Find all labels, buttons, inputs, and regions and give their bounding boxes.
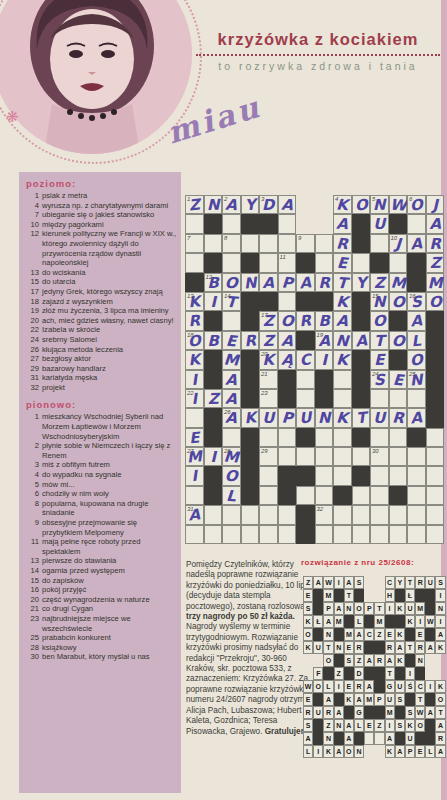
grid-cell[interactable]: A xyxy=(222,370,241,389)
grid-cell[interactable]: A2 xyxy=(222,195,241,214)
grid-cell[interactable] xyxy=(389,525,408,544)
grid-cell[interactable]: M28 xyxy=(222,447,241,466)
grid-cell xyxy=(204,311,223,330)
grid-cell[interactable]: N5 xyxy=(370,195,389,214)
grid-cell[interactable] xyxy=(333,389,352,408)
solution-cell: K xyxy=(303,641,313,654)
grid-cell[interactable]: M xyxy=(426,273,445,292)
grid-cell[interactable]: O xyxy=(352,195,371,214)
grid-cell[interactable]: A xyxy=(296,273,315,292)
grid-cell[interactable]: T xyxy=(352,408,371,427)
solution-cell: M xyxy=(364,693,374,706)
grid-cell[interactable]: O xyxy=(389,292,408,311)
grid-cell[interactable] xyxy=(259,253,278,272)
clue-item: 13do wciskania xyxy=(26,268,178,278)
clue-number: 24 xyxy=(26,335,42,345)
grid-cell[interactable]: C xyxy=(296,350,315,369)
grid-cell[interactable]: A31 xyxy=(185,505,204,524)
grid-cell[interactable]: S16 xyxy=(407,292,426,311)
grid-cell[interactable]: T xyxy=(370,331,389,350)
grid-cell[interactable] xyxy=(204,505,223,524)
clue-number: 15 xyxy=(26,576,42,586)
solution-cell: Ł xyxy=(405,589,415,602)
solution-cell xyxy=(364,641,374,654)
solution-cell: K xyxy=(303,615,313,628)
grid-cell[interactable] xyxy=(315,253,334,272)
cell-number: 28 xyxy=(224,448,231,454)
solution-cell: M xyxy=(385,706,395,719)
grid-cell[interactable]: K xyxy=(185,350,204,369)
grid-cell[interactable]: Z xyxy=(259,331,278,350)
grid-cell[interactable] xyxy=(389,505,408,524)
grid-cell[interactable] xyxy=(426,505,445,524)
grid-cell[interactable]: 30 xyxy=(370,447,389,466)
grid-cell[interactable] xyxy=(426,466,445,485)
grid-cell[interactable]: L xyxy=(222,486,241,505)
grid-cell[interactable]: I xyxy=(185,466,204,485)
grid-cell[interactable]: Z1 xyxy=(185,195,204,214)
clue-item: 25prababcin konkurent xyxy=(26,633,178,643)
grid-cell[interactable] xyxy=(333,428,352,447)
grid-cell xyxy=(278,370,297,389)
clue-item: 2płynie sobie w Niemczech i łączy się z … xyxy=(26,441,178,460)
grid-cell[interactable] xyxy=(333,505,352,524)
grid-cell[interactable] xyxy=(352,253,371,272)
grid-cell[interactable] xyxy=(389,389,408,408)
clue-text: mieszkańcy Wschodniej Syberii nad Morzem… xyxy=(42,412,178,441)
grid-cell[interactable] xyxy=(407,466,426,485)
grid-cell[interactable] xyxy=(222,428,241,447)
grid-cell[interactable] xyxy=(315,486,334,505)
grid-cell[interactable] xyxy=(315,428,334,447)
grid-cell[interactable] xyxy=(259,525,278,544)
grid-cell[interactable]: B xyxy=(204,331,223,350)
grid-cell[interactable] xyxy=(352,525,371,544)
grid-cell[interactable]: N25 xyxy=(407,370,426,389)
grid-cell[interactable]: I xyxy=(204,447,223,466)
clue-number: 18 xyxy=(26,297,42,307)
grid-cell[interactable] xyxy=(352,447,371,466)
grid-cell xyxy=(315,389,334,408)
cell-number: 9 xyxy=(298,235,301,241)
grid-cell[interactable]: 29 xyxy=(259,447,278,466)
solution-cell: K xyxy=(405,615,415,628)
crossword-grid[interactable]: Z1NA2YD3AK4ON5WO6JAUA789RJ10AR11EZB12ONA… xyxy=(185,195,444,544)
grid-cell[interactable] xyxy=(315,234,334,253)
grid-cell[interactable] xyxy=(352,505,371,524)
clue-item: 1psiak z metra xyxy=(26,191,178,201)
grid-cell xyxy=(278,466,297,485)
grid-cell[interactable]: A xyxy=(407,234,426,253)
grid-cell[interactable]: N xyxy=(333,331,352,350)
solution-cell: S xyxy=(395,719,405,732)
grid-cell[interactable]: B12 xyxy=(204,273,223,292)
solution-cell: T xyxy=(415,693,425,706)
handwritten-letter: Ą xyxy=(278,351,296,369)
grid-cell[interactable]: K13 xyxy=(185,292,204,311)
grid-cell[interactable] xyxy=(407,525,426,544)
solution-cell: K xyxy=(435,641,445,654)
solution-cell xyxy=(334,589,344,602)
grid-cell[interactable]: M xyxy=(389,273,408,292)
grid-cell xyxy=(204,408,223,427)
handwritten-letter: R xyxy=(426,235,443,253)
grid-cell[interactable]: 21 xyxy=(259,370,278,389)
grid-cell[interactable] xyxy=(426,428,445,447)
grid-cell[interactable]: Ą xyxy=(278,350,297,369)
grid-cell[interactable]: P xyxy=(278,408,297,427)
grid-cell[interactable] xyxy=(315,466,334,485)
grid-cell[interactable]: O xyxy=(278,311,297,330)
grid-cell[interactable] xyxy=(241,505,260,524)
solution-cell: C xyxy=(364,628,374,641)
handwritten-letter: I xyxy=(204,293,221,311)
grid-cell[interactable] xyxy=(296,370,315,389)
grid-cell[interactable] xyxy=(370,525,389,544)
handwritten-letter: L xyxy=(407,331,425,350)
grid-cell[interactable]: Z17 xyxy=(259,311,278,330)
grid-cell[interactable]: E xyxy=(222,331,241,350)
grid-cell[interactable] xyxy=(296,389,315,408)
handwritten-letter: A xyxy=(260,273,277,291)
grid-cell[interactable] xyxy=(241,234,260,253)
solution-cell: A xyxy=(303,732,313,745)
grid-cell[interactable] xyxy=(278,214,297,233)
grid-cell[interactable] xyxy=(296,486,315,505)
grid-cell[interactable] xyxy=(278,505,297,524)
grid-cell[interactable] xyxy=(370,389,389,408)
clue-number: 12 xyxy=(26,229,42,267)
handwritten-letter: A xyxy=(333,215,351,233)
grid-cell[interactable] xyxy=(278,428,297,447)
grid-cell[interactable]: R xyxy=(241,331,260,350)
grid-cell[interactable]: P xyxy=(278,273,297,292)
solution-cell xyxy=(425,719,435,732)
solution-cell xyxy=(425,589,435,602)
grid-cell[interactable]: Y xyxy=(241,195,260,214)
grid-cell[interactable]: U xyxy=(259,408,278,427)
handwritten-letter: P xyxy=(278,273,296,291)
grid-cell[interactable] xyxy=(333,525,352,544)
grid-cell[interactable]: R xyxy=(389,408,408,427)
grid-cell[interactable] xyxy=(185,486,204,505)
grid-cell[interactable]: N xyxy=(315,408,334,427)
grid-cell[interactable] xyxy=(278,447,297,466)
handwritten-letter: A xyxy=(407,234,425,253)
handwritten-letter: Z xyxy=(371,273,388,291)
grid-cell[interactable] xyxy=(278,525,297,544)
grid-cell[interactable]: Y xyxy=(352,273,371,292)
clue-text: bazarowy handlarz xyxy=(42,364,178,374)
clue-item: 1mieszkańcy Wschodniej Syberii nad Morze… xyxy=(26,412,178,441)
clue-text: prababcin konkurent xyxy=(42,633,178,643)
cell-number: 25 xyxy=(409,371,416,377)
handwritten-letter: O xyxy=(389,331,407,349)
clue-text: wyrusza np. z charytatywnymi darami xyxy=(42,201,178,211)
grid-cell[interactable]: U xyxy=(370,214,389,233)
grid-cell[interactable]: 8 xyxy=(222,234,241,253)
grid-cell[interactable] xyxy=(185,253,204,272)
grid-cell[interactable] xyxy=(204,234,223,253)
grid-cell[interactable] xyxy=(370,486,389,505)
grid-cell[interactable] xyxy=(296,447,315,466)
grid-cell[interactable]: N xyxy=(204,195,223,214)
grid-cell[interactable] xyxy=(389,253,408,272)
grid-cell[interactable]: I xyxy=(185,370,204,389)
grid-cell[interactable]: K xyxy=(241,408,260,427)
grid-cell[interactable]: Z xyxy=(204,389,223,408)
solution-cell: O xyxy=(313,680,323,693)
grid-cell[interactable]: U xyxy=(370,408,389,427)
handwritten-letter: Z xyxy=(204,390,221,408)
grid-cell[interactable] xyxy=(407,505,426,524)
solution-cell xyxy=(313,732,323,745)
grid-cell[interactable]: I xyxy=(204,292,223,311)
cell-number: 23 xyxy=(261,390,268,396)
grid-cell[interactable]: A19 xyxy=(315,331,334,350)
clue-text: złóż mu życzenia, 3 lipca ma imieniny xyxy=(42,306,178,316)
grid-cell[interactable]: O xyxy=(389,331,408,350)
grid-cell[interactable] xyxy=(259,466,278,485)
solution-cell: I xyxy=(334,576,344,589)
grid-cell[interactable]: L xyxy=(407,331,426,350)
solution-cell: N xyxy=(415,654,425,667)
grid-cell[interactable] xyxy=(278,234,297,253)
grid-cell[interactable] xyxy=(407,486,426,505)
grid-cell xyxy=(426,408,445,427)
grid-cell[interactable]: A xyxy=(426,214,445,233)
grid-cell[interactable]: Z xyxy=(370,273,389,292)
clue-item: 4wyrusza np. z charytatywnymi darami xyxy=(26,201,178,211)
grid-cell[interactable]: R xyxy=(426,234,445,253)
solution-cell: R xyxy=(374,654,384,667)
solution-cell: A xyxy=(364,654,374,667)
grid-cell[interactable]: O xyxy=(370,311,389,330)
grid-cell[interactable] xyxy=(259,505,278,524)
grid-cell[interactable]: K xyxy=(333,292,352,311)
clue-item: 13pierwsze do stawiania xyxy=(26,556,178,566)
grid-cell[interactable]: K20 xyxy=(259,350,278,369)
clue-text: ogarnia przed występem xyxy=(42,566,178,576)
solution-cell: Y xyxy=(395,576,405,589)
clue-number: 8 xyxy=(26,499,42,518)
solution-cell xyxy=(405,628,415,641)
grid-cell[interactable]: A xyxy=(352,331,371,350)
solution-cell xyxy=(344,706,354,719)
clue-item: 21co drugi Cygan xyxy=(26,604,178,614)
grid-cell[interactable]: Z xyxy=(426,253,445,272)
grid-cell[interactable]: E xyxy=(333,253,352,272)
grid-cell[interactable] xyxy=(333,447,352,466)
grid-cell[interactable] xyxy=(389,428,408,447)
clue-number: 4 xyxy=(26,470,42,480)
grid-cell[interactable] xyxy=(370,234,389,253)
grid-cell[interactable] xyxy=(333,466,352,485)
grid-cell[interactable]: O xyxy=(222,273,241,292)
solution-cell: M xyxy=(374,615,384,628)
cell-number: 10 xyxy=(391,235,398,241)
grid-cell[interactable]: A xyxy=(278,195,297,214)
handwritten-letter: Z xyxy=(260,332,277,350)
clue-number: 25 xyxy=(26,633,42,643)
clue-text: ubieganie się o jakieś stanowisko xyxy=(42,210,178,220)
clue-text: projekt xyxy=(42,383,178,393)
solution-cell: U xyxy=(313,706,323,719)
grid-cell xyxy=(407,273,426,292)
solution-cell xyxy=(425,628,435,641)
grid-cell[interactable]: 11 xyxy=(278,253,297,272)
handwritten-letter: Z xyxy=(426,254,443,272)
solution-cell: R xyxy=(303,706,313,719)
grid-cell[interactable]: K xyxy=(333,408,352,427)
grid-cell[interactable]: 23 xyxy=(259,389,278,408)
grid-cell[interactable] xyxy=(222,505,241,524)
grid-cell[interactable]: O xyxy=(426,292,445,311)
solution-cell: E xyxy=(344,641,354,654)
handwritten-letter: K xyxy=(333,292,351,310)
grid-cell[interactable] xyxy=(259,234,278,253)
solution-cell: M xyxy=(344,628,354,641)
grid-cell[interactable] xyxy=(222,214,241,233)
grid-cell[interactable]: A xyxy=(407,408,426,427)
grid-cell[interactable]: M27 xyxy=(185,447,204,466)
grid-cell[interactable]: B xyxy=(315,311,334,330)
grid-cell[interactable] xyxy=(426,447,445,466)
cell-number: 7 xyxy=(187,235,190,241)
clue-number: 2 xyxy=(26,441,42,460)
solution-cell: U xyxy=(405,732,415,745)
grid-cell[interactable]: A xyxy=(259,273,278,292)
handwritten-letter: O xyxy=(222,273,240,291)
grid-cell[interactable]: T14 xyxy=(222,292,241,311)
grid-cell[interactable]: R xyxy=(315,273,334,292)
cell-number: 11 xyxy=(280,254,286,260)
handwritten-letter: A xyxy=(278,331,296,349)
grid-cell[interactable] xyxy=(259,428,278,447)
solution-cell: N xyxy=(435,602,445,615)
grid-cell[interactable]: E xyxy=(389,370,408,389)
grid-cell[interactable] xyxy=(222,253,241,272)
grid-cell[interactable] xyxy=(370,428,389,447)
handwritten-letter: A xyxy=(407,408,425,427)
grid-cell[interactable] xyxy=(315,525,334,544)
grid-cell[interactable] xyxy=(389,447,408,466)
grid-cell[interactable]: I xyxy=(315,350,334,369)
grid-cell[interactable] xyxy=(185,525,204,544)
grid-cell[interactable]: M xyxy=(222,350,241,369)
grid-cell[interactable]: A xyxy=(407,311,426,330)
grid-cell[interactable]: J xyxy=(426,195,445,214)
grid-cell[interactable]: D3 xyxy=(259,195,278,214)
solution-cell: A xyxy=(344,576,354,589)
handwritten-letter: K xyxy=(241,408,259,427)
grid-cell[interactable] xyxy=(241,525,260,544)
solution-cell: W xyxy=(303,680,313,693)
grid-cell[interactable]: A xyxy=(222,389,241,408)
handwritten-letter: O xyxy=(371,312,388,330)
grid-cell[interactable]: S24 xyxy=(370,370,389,389)
grid-cell[interactable]: 32 xyxy=(315,505,334,524)
grid-cell[interactable]: W xyxy=(389,195,408,214)
clue-number: 22 xyxy=(26,325,42,335)
grid-cell[interactable] xyxy=(222,525,241,544)
grid-cell[interactable] xyxy=(389,466,408,485)
grid-cell[interactable]: A xyxy=(278,331,297,350)
grid-cell[interactable] xyxy=(370,505,389,524)
grid-cell[interactable]: E xyxy=(185,428,204,447)
solution-cell: I xyxy=(435,615,445,628)
solution-cell xyxy=(425,732,435,745)
solution-cell xyxy=(425,602,435,615)
grid-cell[interactable]: R xyxy=(333,234,352,253)
grid-cell[interactable]: I22 xyxy=(185,389,204,408)
grid-cell[interactable] xyxy=(315,447,334,466)
grid-cell[interactable] xyxy=(407,447,426,466)
grid-cell[interactable]: T xyxy=(333,273,352,292)
grid-cell[interactable]: R xyxy=(296,311,315,330)
clue-number: 26 xyxy=(26,345,42,355)
clue-text: kłująca metoda leczenia xyxy=(42,345,178,355)
grid-cell[interactable] xyxy=(333,370,352,389)
grid-cell[interactable]: J10 xyxy=(389,234,408,253)
solution-cell: A xyxy=(334,706,344,719)
clue-number: 13 xyxy=(26,556,42,566)
grid-cell[interactable] xyxy=(185,214,204,233)
grid-cell[interactable]: U xyxy=(296,408,315,427)
grid-cell[interactable] xyxy=(278,292,297,311)
grid-cell[interactable]: O18 xyxy=(185,331,204,350)
grid-cell xyxy=(370,253,389,272)
grid-cell[interactable]: O6 xyxy=(407,195,426,214)
grid-cell[interactable]: N15 xyxy=(370,292,389,311)
solution-cell: A xyxy=(334,745,344,758)
grid-cell xyxy=(407,428,426,447)
grid-cell[interactable] xyxy=(185,408,204,427)
grid-cell[interactable]: A xyxy=(333,311,352,330)
grid-cell[interactable]: O xyxy=(407,350,426,369)
grid-cell[interactable]: K xyxy=(333,350,352,369)
handwritten-letter: C xyxy=(296,350,314,369)
grid-cell xyxy=(259,292,278,311)
page-subtitle: to rozrywka zdrowa i tania xyxy=(196,60,440,72)
grid-cell xyxy=(352,466,371,485)
grid-cell[interactable]: O xyxy=(222,466,241,485)
grid-cell[interactable] xyxy=(407,214,426,233)
grid-cell[interactable] xyxy=(426,525,445,544)
grid-cell[interactable] xyxy=(222,311,241,330)
grid-cell[interactable]: A26 xyxy=(222,408,241,427)
grid-cell[interactable]: R xyxy=(185,311,204,330)
grid-cell[interactable]: E xyxy=(370,350,389,369)
grid-cell[interactable] xyxy=(352,486,371,505)
solution-cell: W xyxy=(425,615,435,628)
solution-cell: P xyxy=(405,745,415,758)
grid-cell[interactable]: N xyxy=(241,273,260,292)
grid-cell[interactable]: 9 xyxy=(296,234,315,253)
grid-cell[interactable]: K4 xyxy=(333,195,352,214)
grid-cell[interactable] xyxy=(426,486,445,505)
grid-cell[interactable]: A xyxy=(333,214,352,233)
grid-cell[interactable]: 7 xyxy=(185,234,204,253)
grid-cell[interactable] xyxy=(407,389,426,408)
grid-cell[interactable] xyxy=(259,486,278,505)
grid-cell[interactable] xyxy=(204,525,223,544)
grid-cell[interactable] xyxy=(370,466,389,485)
handwritten-letter: U xyxy=(296,408,314,427)
solution-cell: N xyxy=(323,628,333,641)
cell-number: 31 xyxy=(187,506,194,512)
clue-text: do zapisków xyxy=(42,576,178,586)
